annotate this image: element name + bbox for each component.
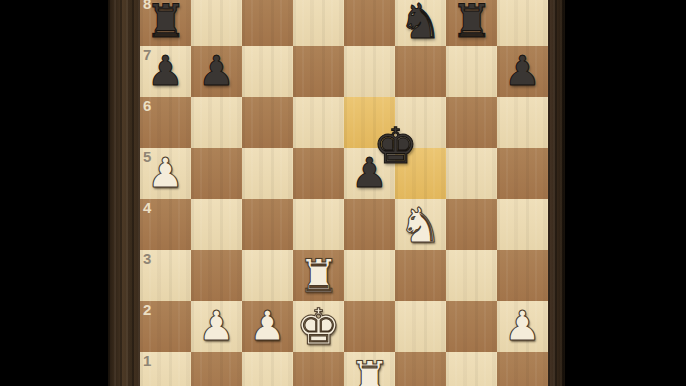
black-rook-g8[interactable]: ♜ — [446, 0, 497, 46]
square-a1[interactable]: 1 — [140, 352, 191, 386]
square-c4[interactable] — [242, 199, 293, 250]
black-king-f5[interactable]: ♚ — [370, 120, 421, 171]
square-b4[interactable] — [191, 199, 242, 250]
square-h6[interactable] — [497, 97, 548, 148]
white-rook-e1[interactable]: ♜ — [344, 352, 395, 386]
square-d5[interactable] — [293, 148, 344, 199]
square-b3[interactable] — [191, 250, 242, 301]
square-a5[interactable]: 5♟ — [140, 148, 191, 199]
white-knight-f4[interactable]: ♞ — [395, 199, 446, 250]
square-f1[interactable] — [395, 352, 446, 386]
black-pawn-h7[interactable]: ♟ — [497, 46, 548, 97]
square-h5[interactable] — [497, 148, 548, 199]
square-d6[interactable] — [293, 97, 344, 148]
square-a7[interactable]: 7♟ — [140, 46, 191, 97]
square-d7[interactable] — [293, 46, 344, 97]
square-d1[interactable] — [293, 352, 344, 386]
square-c8[interactable] — [242, 0, 293, 46]
white-pawn-a5[interactable]: ♟ — [140, 148, 191, 199]
square-f3[interactable] — [395, 250, 446, 301]
square-g7[interactable] — [446, 46, 497, 97]
rank-label-2: 2 — [143, 302, 151, 317]
square-g6[interactable] — [446, 97, 497, 148]
rank-label-1: 1 — [143, 353, 151, 368]
square-e1[interactable]: ♜ — [344, 352, 395, 386]
square-e7[interactable] — [344, 46, 395, 97]
square-h3[interactable] — [497, 250, 548, 301]
white-pawn-b2[interactable]: ♟ — [191, 301, 242, 352]
square-c7[interactable] — [242, 46, 293, 97]
square-b2[interactable]: ♟ — [191, 301, 242, 352]
black-rook-a8[interactable]: ♜ — [140, 0, 191, 46]
chess-board[interactable]: 8♜♞♜7♟♟♟65♟♟♚4♞3♜2♟♟♚♟1♜ — [140, 0, 548, 386]
white-rook-d3[interactable]: ♜ — [293, 250, 344, 301]
square-g8[interactable]: ♜ — [446, 0, 497, 46]
square-g2[interactable] — [446, 301, 497, 352]
black-knight-f8[interactable]: ♞ — [395, 0, 446, 46]
square-d8[interactable] — [293, 0, 344, 46]
square-a8[interactable]: 8♜ — [140, 0, 191, 46]
square-e4[interactable] — [344, 199, 395, 250]
square-f4[interactable]: ♞ — [395, 199, 446, 250]
rank-label-6: 6 — [143, 98, 151, 113]
square-f5[interactable]: ♚ — [395, 148, 446, 199]
rank-label-4: 4 — [143, 200, 151, 215]
square-e2[interactable] — [344, 301, 395, 352]
black-pawn-b7[interactable]: ♟ — [191, 46, 242, 97]
square-h2[interactable]: ♟ — [497, 301, 548, 352]
square-g4[interactable] — [446, 199, 497, 250]
square-e3[interactable] — [344, 250, 395, 301]
square-g1[interactable] — [446, 352, 497, 386]
square-g3[interactable] — [446, 250, 497, 301]
square-d2[interactable]: ♚ — [293, 301, 344, 352]
white-pawn-h2[interactable]: ♟ — [497, 301, 548, 352]
square-h7[interactable]: ♟ — [497, 46, 548, 97]
square-b6[interactable] — [191, 97, 242, 148]
square-a2[interactable]: 2 — [140, 301, 191, 352]
square-h4[interactable] — [497, 199, 548, 250]
white-king-d2[interactable]: ♚ — [293, 301, 344, 352]
square-c3[interactable] — [242, 250, 293, 301]
square-c5[interactable] — [242, 148, 293, 199]
square-b8[interactable] — [191, 0, 242, 46]
wood-table-right-edge — [548, 0, 565, 386]
square-g5[interactable] — [446, 148, 497, 199]
wood-table-left-edge — [108, 0, 140, 386]
square-a6[interactable]: 6 — [140, 97, 191, 148]
square-c6[interactable] — [242, 97, 293, 148]
square-f8[interactable]: ♞ — [395, 0, 446, 46]
square-f2[interactable] — [395, 301, 446, 352]
square-b5[interactable] — [191, 148, 242, 199]
square-b1[interactable] — [191, 352, 242, 386]
square-c2[interactable]: ♟ — [242, 301, 293, 352]
square-e8[interactable] — [344, 0, 395, 46]
square-b7[interactable]: ♟ — [191, 46, 242, 97]
square-c1[interactable] — [242, 352, 293, 386]
black-pawn-a7[interactable]: ♟ — [140, 46, 191, 97]
square-f7[interactable] — [395, 46, 446, 97]
square-h1[interactable] — [497, 352, 548, 386]
square-h8[interactable] — [497, 0, 548, 46]
video-frame: 8♜♞♜7♟♟♟65♟♟♚4♞3♜2♟♟♚♟1♜ — [0, 0, 686, 386]
square-d4[interactable] — [293, 199, 344, 250]
square-a4[interactable]: 4 — [140, 199, 191, 250]
white-pawn-c2[interactable]: ♟ — [242, 301, 293, 352]
square-a3[interactable]: 3 — [140, 250, 191, 301]
rank-label-3: 3 — [143, 251, 151, 266]
square-d3[interactable]: ♜ — [293, 250, 344, 301]
